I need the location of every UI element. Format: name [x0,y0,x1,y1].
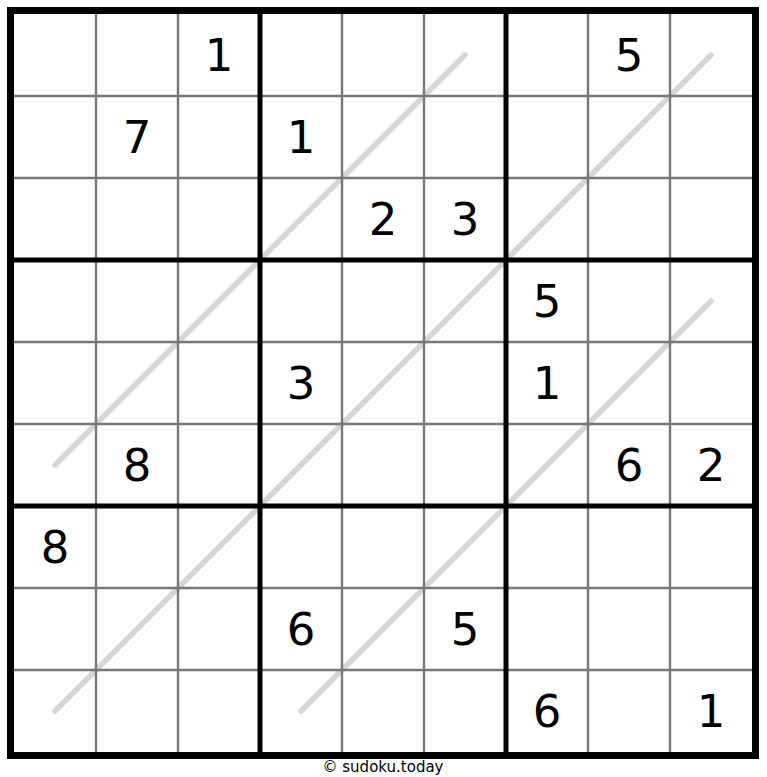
cell-r7c4 [260,506,342,588]
cell-r3c7 [506,178,588,260]
cell-r4c2 [96,260,178,342]
cell-r5c3 [178,342,260,424]
cell-r7c2 [96,506,178,588]
cell-r1c3: 1 [178,14,260,96]
cell-r6c5 [342,424,424,506]
cell-r9c1 [14,670,96,752]
cell-r8c4: 6 [260,588,342,670]
cell-r2c8 [588,96,670,178]
cell-r5c9 [670,342,752,424]
cell-r2c1 [14,96,96,178]
cell-r5c4: 3 [260,342,342,424]
cell-r8c3 [178,588,260,670]
cell-r7c3 [178,506,260,588]
cell-r7c9 [670,506,752,588]
cell-r8c8 [588,588,670,670]
sudoku-cells: 15712353186286561 [14,14,752,752]
cell-r9c2 [96,670,178,752]
cell-r4c3 [178,260,260,342]
cell-r9c6 [424,670,506,752]
cell-r4c1 [14,260,96,342]
cell-r3c8 [588,178,670,260]
cell-r4c6 [424,260,506,342]
cell-r2c4: 1 [260,96,342,178]
cell-r9c8 [588,670,670,752]
cell-r4c4 [260,260,342,342]
cell-r9c3 [178,670,260,752]
page: 15712353186286561 © sudoku.today [0,0,767,777]
cell-r2c2: 7 [96,96,178,178]
cell-r1c1 [14,14,96,96]
cell-r3c6: 3 [424,178,506,260]
cell-r6c8: 6 [588,424,670,506]
cell-r3c9 [670,178,752,260]
cell-r5c6 [424,342,506,424]
cell-r4c7: 5 [506,260,588,342]
cell-r1c5 [342,14,424,96]
cell-r8c7 [506,588,588,670]
cell-r1c6 [424,14,506,96]
cell-r8c6: 5 [424,588,506,670]
cell-r8c9 [670,588,752,670]
cell-r6c4 [260,424,342,506]
cell-r9c7: 6 [506,670,588,752]
cell-r7c1: 8 [14,506,96,588]
cell-r1c9 [670,14,752,96]
cell-r3c1 [14,178,96,260]
cell-r2c6 [424,96,506,178]
cell-r2c5 [342,96,424,178]
cell-r1c2 [96,14,178,96]
cell-r6c1 [14,424,96,506]
cell-r5c5 [342,342,424,424]
cell-r2c9 [670,96,752,178]
cell-r3c3 [178,178,260,260]
cell-r8c2 [96,588,178,670]
copyright-text: © sudoku.today [7,758,759,776]
cell-r1c4 [260,14,342,96]
cell-r4c8 [588,260,670,342]
cell-r6c2: 8 [96,424,178,506]
cell-r3c5: 2 [342,178,424,260]
cell-r5c1 [14,342,96,424]
cell-r5c2 [96,342,178,424]
cell-r3c4 [260,178,342,260]
cell-r6c9: 2 [670,424,752,506]
cell-r5c7: 1 [506,342,588,424]
cell-r7c7 [506,506,588,588]
cell-r2c3 [178,96,260,178]
cell-r1c7 [506,14,588,96]
cell-r6c7 [506,424,588,506]
sudoku-board: 15712353186286561 [7,7,759,759]
cell-r9c5 [342,670,424,752]
cell-r5c8 [588,342,670,424]
cell-r3c2 [96,178,178,260]
cell-r8c1 [14,588,96,670]
cell-r4c5 [342,260,424,342]
cell-r7c5 [342,506,424,588]
cell-r9c4 [260,670,342,752]
cell-r6c6 [424,424,506,506]
cell-r7c6 [424,506,506,588]
cell-r6c3 [178,424,260,506]
cell-r2c7 [506,96,588,178]
cell-r7c8 [588,506,670,588]
cell-r1c8: 5 [588,14,670,96]
cell-r9c9: 1 [670,670,752,752]
cell-r8c5 [342,588,424,670]
cell-r4c9 [670,260,752,342]
